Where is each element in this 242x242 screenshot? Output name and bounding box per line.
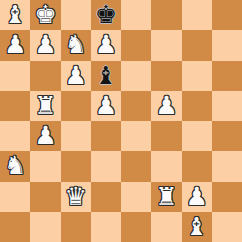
square-e5[interactable] bbox=[121, 91, 151, 121]
square-d8[interactable]: ♚ bbox=[91, 0, 121, 30]
square-e2[interactable] bbox=[121, 182, 151, 212]
white-queen[interactable]: ♛ bbox=[64, 182, 86, 212]
square-g2[interactable]: ♟ bbox=[182, 182, 212, 212]
square-f1[interactable] bbox=[151, 212, 181, 242]
square-d4[interactable] bbox=[91, 121, 121, 151]
white-knight[interactable]: ♞ bbox=[64, 30, 86, 60]
white-king[interactable]: ♚ bbox=[34, 0, 56, 30]
square-c6[interactable]: ♟ bbox=[61, 61, 91, 91]
square-g5[interactable] bbox=[182, 91, 212, 121]
square-f6[interactable] bbox=[151, 61, 181, 91]
square-h6[interactable] bbox=[212, 61, 242, 91]
white-pawn[interactable]: ♟ bbox=[185, 182, 207, 212]
square-f7[interactable] bbox=[151, 30, 181, 60]
square-a8[interactable]: ♝ bbox=[0, 0, 30, 30]
square-b5[interactable]: ♜ bbox=[30, 91, 60, 121]
white-pawn[interactable]: ♟ bbox=[4, 30, 26, 60]
square-b2[interactable] bbox=[30, 182, 60, 212]
square-f4[interactable] bbox=[151, 121, 181, 151]
square-b8[interactable]: ♚ bbox=[30, 0, 60, 30]
square-f3[interactable] bbox=[151, 151, 181, 181]
square-a4[interactable] bbox=[0, 121, 30, 151]
white-bishop[interactable]: ♝ bbox=[185, 212, 207, 242]
square-a7[interactable]: ♟ bbox=[0, 30, 30, 60]
square-a3[interactable]: ♞ bbox=[0, 151, 30, 181]
square-b4[interactable]: ♟ bbox=[30, 121, 60, 151]
square-d7[interactable]: ♟ bbox=[91, 30, 121, 60]
square-d3[interactable] bbox=[91, 151, 121, 181]
square-h7[interactable] bbox=[212, 30, 242, 60]
square-c7[interactable]: ♞ bbox=[61, 30, 91, 60]
square-a5[interactable] bbox=[0, 91, 30, 121]
square-c3[interactable] bbox=[61, 151, 91, 181]
square-c2[interactable]: ♛ bbox=[61, 182, 91, 212]
square-e3[interactable] bbox=[121, 151, 151, 181]
square-e7[interactable] bbox=[121, 30, 151, 60]
square-g8[interactable] bbox=[182, 0, 212, 30]
square-f2[interactable]: ♜ bbox=[151, 182, 181, 212]
square-a2[interactable] bbox=[0, 182, 30, 212]
white-pawn[interactable]: ♟ bbox=[155, 91, 177, 121]
square-g6[interactable] bbox=[182, 61, 212, 91]
square-c4[interactable] bbox=[61, 121, 91, 151]
square-h3[interactable] bbox=[212, 151, 242, 181]
square-h1[interactable] bbox=[212, 212, 242, 242]
white-pawn[interactable]: ♟ bbox=[95, 30, 117, 60]
square-a6[interactable] bbox=[0, 61, 30, 91]
square-c5[interactable] bbox=[61, 91, 91, 121]
square-d2[interactable] bbox=[91, 182, 121, 212]
square-f8[interactable] bbox=[151, 0, 181, 30]
square-g4[interactable] bbox=[182, 121, 212, 151]
white-rook[interactable]: ♜ bbox=[155, 182, 177, 212]
white-pawn[interactable]: ♟ bbox=[34, 121, 56, 151]
square-e6[interactable] bbox=[121, 61, 151, 91]
square-g1[interactable]: ♝ bbox=[182, 212, 212, 242]
white-rook[interactable]: ♜ bbox=[34, 91, 56, 121]
white-pawn[interactable]: ♟ bbox=[34, 30, 56, 60]
square-h2[interactable] bbox=[212, 182, 242, 212]
square-f5[interactable]: ♟ bbox=[151, 91, 181, 121]
square-e1[interactable] bbox=[121, 212, 151, 242]
square-h4[interactable] bbox=[212, 121, 242, 151]
square-b3[interactable] bbox=[30, 151, 60, 181]
square-d1[interactable] bbox=[91, 212, 121, 242]
square-b7[interactable]: ♟ bbox=[30, 30, 60, 60]
black-bishop[interactable]: ♝ bbox=[95, 61, 117, 91]
square-b6[interactable] bbox=[30, 61, 60, 91]
square-a1[interactable] bbox=[0, 212, 30, 242]
square-g7[interactable] bbox=[182, 30, 212, 60]
square-b1[interactable] bbox=[30, 212, 60, 242]
square-d5[interactable]: ♟ bbox=[91, 91, 121, 121]
square-c8[interactable] bbox=[61, 0, 91, 30]
square-h8[interactable] bbox=[212, 0, 242, 30]
white-pawn[interactable]: ♟ bbox=[64, 61, 86, 91]
white-knight[interactable]: ♞ bbox=[4, 151, 26, 181]
black-king[interactable]: ♚ bbox=[95, 0, 117, 30]
white-pawn[interactable]: ♟ bbox=[95, 91, 117, 121]
white-bishop[interactable]: ♝ bbox=[4, 0, 26, 30]
square-e4[interactable] bbox=[121, 121, 151, 151]
square-h5[interactable] bbox=[212, 91, 242, 121]
chess-board: ♝♚♚♟♟♞♟♟♝♜♟♟♟♞♛♜♟♝ bbox=[0, 0, 242, 242]
square-d6[interactable]: ♝ bbox=[91, 61, 121, 91]
square-e8[interactable] bbox=[121, 0, 151, 30]
square-c1[interactable] bbox=[61, 212, 91, 242]
square-g3[interactable] bbox=[182, 151, 212, 181]
